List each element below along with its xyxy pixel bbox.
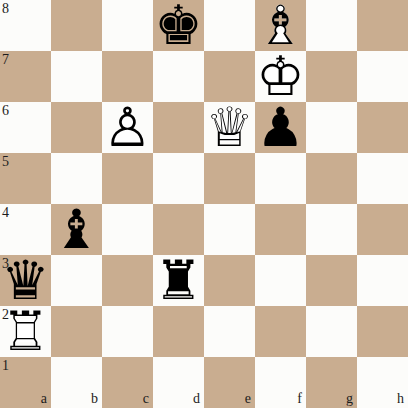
file-label-a: a (41, 392, 47, 406)
white-bishop: ♝ (256, 0, 304, 53)
white-rook: ♜ (1, 305, 49, 359)
file-label-g: g (346, 392, 353, 406)
white-queen-outline-icon: ♕ (205, 101, 253, 155)
square-a5[interactable]: 5 (0, 153, 51, 204)
square-g1[interactable]: g (306, 357, 357, 408)
file-label-f: f (297, 392, 302, 406)
rank-label-6: 6 (2, 104, 9, 118)
square-f7[interactable]: ♚♔ (255, 51, 306, 102)
square-b2[interactable] (51, 306, 102, 357)
black-king: ♚ (154, 0, 202, 53)
square-a4[interactable]: 4 (0, 204, 51, 255)
square-b4[interactable]: ♝ (51, 204, 102, 255)
square-c2[interactable] (102, 306, 153, 357)
square-b3[interactable] (51, 255, 102, 306)
square-h7[interactable] (357, 51, 408, 102)
file-label-e: e (245, 392, 251, 406)
square-e6[interactable]: ♛♕ (204, 102, 255, 153)
square-a1[interactable]: 1a (0, 357, 51, 408)
black-bishop: ♝ (52, 203, 100, 257)
square-h2[interactable] (357, 306, 408, 357)
square-e4[interactable] (204, 204, 255, 255)
square-f6[interactable]: ♟ (255, 102, 306, 153)
black-queen: ♛ (1, 254, 49, 308)
square-c6[interactable]: ♟♙ (102, 102, 153, 153)
square-h8[interactable] (357, 0, 408, 51)
white-bishop-outline-icon: ♗ (256, 0, 304, 53)
square-e8[interactable] (204, 0, 255, 51)
white-pawn: ♟ (103, 101, 151, 155)
square-f2[interactable] (255, 306, 306, 357)
square-b7[interactable] (51, 51, 102, 102)
square-d8[interactable]: ♚ (153, 0, 204, 51)
white-rook-outline-icon: ♖ (1, 305, 49, 359)
square-g8[interactable] (306, 0, 357, 51)
file-label-c: c (143, 392, 149, 406)
square-h3[interactable] (357, 255, 408, 306)
square-c5[interactable] (102, 153, 153, 204)
file-label-h: h (397, 392, 404, 406)
rank-label-1: 1 (2, 359, 9, 373)
square-a3[interactable]: 3♛ (0, 255, 51, 306)
square-a8[interactable]: 8 (0, 0, 51, 51)
square-c4[interactable] (102, 204, 153, 255)
chess-diagram: 8♚♝♗7♚♔6♟♙♛♕♟54♝3♛♜2♜♖1abcdefgh (0, 0, 408, 408)
white-king: ♚ (256, 50, 304, 104)
square-f1[interactable]: f (255, 357, 306, 408)
square-d4[interactable] (153, 204, 204, 255)
square-f3[interactable] (255, 255, 306, 306)
file-label-b: b (91, 392, 98, 406)
square-d7[interactable] (153, 51, 204, 102)
square-a6[interactable]: 6 (0, 102, 51, 153)
square-c3[interactable] (102, 255, 153, 306)
square-h1[interactable]: h (357, 357, 408, 408)
square-f4[interactable] (255, 204, 306, 255)
square-a2[interactable]: 2♜♖ (0, 306, 51, 357)
rank-label-3: 3 (2, 257, 9, 271)
square-g3[interactable] (306, 255, 357, 306)
square-b6[interactable] (51, 102, 102, 153)
square-g5[interactable] (306, 153, 357, 204)
square-d2[interactable] (153, 306, 204, 357)
square-g4[interactable] (306, 204, 357, 255)
square-e2[interactable] (204, 306, 255, 357)
file-label-d: d (193, 392, 200, 406)
black-rook: ♜ (154, 254, 202, 308)
square-h6[interactable] (357, 102, 408, 153)
square-c8[interactable] (102, 0, 153, 51)
rank-label-5: 5 (2, 155, 9, 169)
rank-label-2: 2 (2, 308, 9, 322)
square-a7[interactable]: 7 (0, 51, 51, 102)
rank-label-4: 4 (2, 206, 9, 220)
square-g7[interactable] (306, 51, 357, 102)
square-b5[interactable] (51, 153, 102, 204)
square-h4[interactable] (357, 204, 408, 255)
square-e5[interactable] (204, 153, 255, 204)
rank-label-7: 7 (2, 53, 9, 67)
square-c1[interactable]: c (102, 357, 153, 408)
square-d1[interactable]: d (153, 357, 204, 408)
white-king-outline-icon: ♔ (256, 50, 304, 104)
square-g6[interactable] (306, 102, 357, 153)
rank-label-8: 8 (2, 2, 9, 16)
square-d5[interactable] (153, 153, 204, 204)
square-d6[interactable] (153, 102, 204, 153)
square-d3[interactable]: ♜ (153, 255, 204, 306)
square-f5[interactable] (255, 153, 306, 204)
white-queen: ♛ (205, 101, 253, 155)
square-e3[interactable] (204, 255, 255, 306)
white-pawn-outline-icon: ♙ (103, 101, 151, 155)
square-b8[interactable] (51, 0, 102, 51)
chess-board: 8♚♝♗7♚♔6♟♙♛♕♟54♝3♛♜2♜♖1abcdefgh (0, 0, 408, 408)
square-f8[interactable]: ♝♗ (255, 0, 306, 51)
square-g2[interactable] (306, 306, 357, 357)
square-b1[interactable]: b (51, 357, 102, 408)
black-pawn: ♟ (256, 101, 304, 155)
square-e1[interactable]: e (204, 357, 255, 408)
square-c7[interactable] (102, 51, 153, 102)
square-h5[interactable] (357, 153, 408, 204)
square-e7[interactable] (204, 51, 255, 102)
